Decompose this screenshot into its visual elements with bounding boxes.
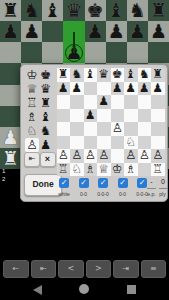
setup-square-a1[interactable]: ♖ <box>57 163 71 177</box>
setup-square-c7[interactable] <box>84 82 98 96</box>
black-castle-kingside-label: 0-0 <box>119 191 126 197</box>
white-piece-p-a2: ♙ <box>57 149 71 163</box>
setup-square-e5[interactable] <box>111 109 125 123</box>
bg-square-a8: ♜ <box>0 0 21 21</box>
palette-black-q[interactable]: ♛ <box>39 82 53 96</box>
white-piece-r-h1: ♖ <box>151 163 165 177</box>
white-palette-piece-icon: ♖ <box>25 96 39 110</box>
black-piece-p-g7: ♟ <box>127 21 148 42</box>
setup-square-a6[interactable] <box>57 95 71 109</box>
black-piece-p-b7: ♟ <box>70 82 84 96</box>
setup-square-c1[interactable]: ♗ <box>84 163 98 177</box>
setup-square-f1[interactable]: ♗ <box>124 163 138 177</box>
black-castle-queenside-checkbox[interactable]: ✓ <box>137 178 147 188</box>
bg-square-a3 <box>0 106 21 127</box>
white-palette-piece-icon: ♔ <box>25 68 39 82</box>
bg-square-a6 <box>0 42 21 63</box>
black-palette-piece-icon: ♟ <box>39 138 53 152</box>
setup-square-h1[interactable]: ♖ <box>151 163 165 177</box>
black-piece-r-h8: ♜ <box>151 68 165 82</box>
clear-board-button[interactable]: × <box>40 152 56 167</box>
white-palette-piece-icon: ♕ <box>25 82 39 96</box>
setup-square-f4[interactable] <box>124 122 138 136</box>
black-piece-b-f8: ♝ <box>106 0 127 21</box>
setup-square-g1[interactable] <box>138 163 152 177</box>
setup-square-f6[interactable] <box>124 95 138 109</box>
bg-square-d8: ♛ <box>63 0 84 21</box>
move-list: 12 <box>2 167 5 183</box>
setup-square-d1[interactable]: ♕ <box>97 163 111 177</box>
black-piece-p-g7: ♟ <box>138 82 152 96</box>
palette-white-k[interactable]: ♔ <box>25 68 39 82</box>
bg-square-h7: ♟ <box>148 21 169 42</box>
bg-square-g7: ♟ <box>127 21 148 42</box>
bg-square-e6 <box>85 42 106 63</box>
bg-square-f8: ♝ <box>106 0 127 21</box>
black-piece-p-a7: ♟ <box>57 82 71 96</box>
setup-square-a2[interactable]: ♙ <box>57 149 71 163</box>
white-piece-p-h2: ♙ <box>151 149 165 163</box>
setup-square-e6[interactable] <box>111 95 125 109</box>
bg-square-a5 <box>0 63 21 84</box>
prev-move-button[interactable]: < <box>58 260 84 278</box>
white-piece-p-f2: ♙ <box>124 149 138 163</box>
en-passant-field[interactable]: - <box>147 177 156 189</box>
undo-button[interactable]: ← <box>3 260 29 278</box>
setup-position-dialog: ♔♚♕♛♖♜♗♝♘♞♙♟ ⇤ × Done ♜♞♝♛♚♝♞♜♟♟♟♟♟♟♟♟♙♘… <box>20 64 168 202</box>
android-recents-icon[interactable] <box>127 285 136 294</box>
palette-black-r[interactable]: ♜ <box>39 96 53 110</box>
white-palette-piece-icon: ♘ <box>25 124 39 138</box>
setup-square-d2[interactable]: ♙ <box>97 149 111 163</box>
setup-square-d6[interactable]: ♟ <box>97 95 111 109</box>
bg-square-h8: ♜ <box>148 0 169 21</box>
black-piece-n-g8: ♞ <box>127 0 148 21</box>
black-palette-piece-icon: ♝ <box>39 110 53 124</box>
palette-black-b[interactable]: ♝ <box>39 110 53 124</box>
black-piece-b-c8: ♝ <box>42 0 63 21</box>
bg-square-c7 <box>42 21 63 42</box>
setup-square-d3[interactable] <box>97 136 111 150</box>
black-piece-p-f7: ♟ <box>106 21 127 42</box>
setup-square-d4[interactable] <box>97 122 111 136</box>
bg-square-e7: ♟ <box>85 21 106 42</box>
bg-square-a7: ♟ <box>0 21 21 42</box>
setup-square-c3[interactable] <box>84 136 98 150</box>
white-palette-piece-icon: ♗ <box>25 110 39 124</box>
setup-square-e3[interactable] <box>111 136 125 150</box>
setup-square-h8[interactable]: ♜ <box>151 68 165 82</box>
setup-square-c8[interactable]: ♝ <box>84 68 98 82</box>
setup-square-d8[interactable]: ♛ <box>97 68 111 82</box>
white-piece-p-c2: ♙ <box>84 149 98 163</box>
black-piece-p-h7: ♟ <box>151 82 165 96</box>
setup-square-f5[interactable] <box>124 109 138 123</box>
black-piece-n-b8: ♞ <box>70 68 84 82</box>
black-piece-p-d6: ♟ <box>97 95 111 109</box>
setup-square-e4[interactable]: ♙ <box>111 122 125 136</box>
white-piece-p-g2: ♙ <box>138 149 152 163</box>
palette-black-n[interactable]: ♞ <box>39 124 53 138</box>
bg-square-g6 <box>127 42 148 63</box>
setup-square-a8[interactable]: ♜ <box>57 68 71 82</box>
palette-white-n[interactable]: ♘ <box>25 124 39 138</box>
setup-square-h6[interactable] <box>151 95 165 109</box>
black-piece-p-f7: ♟ <box>124 82 138 96</box>
bg-square-f7: ♟ <box>106 21 127 42</box>
setup-square-h5[interactable] <box>151 109 165 123</box>
setup-square-a7[interactable]: ♟ <box>57 82 71 96</box>
setup-square-h2[interactable]: ♙ <box>151 149 165 163</box>
black-piece-p-b7: ♟ <box>21 21 42 42</box>
setup-square-c2[interactable]: ♙ <box>84 149 98 163</box>
black-piece-p-a7: ♟ <box>0 21 21 42</box>
setup-square-f7[interactable]: ♟ <box>124 82 138 96</box>
setup-square-h4[interactable] <box>151 122 165 136</box>
black-piece-k-e8: ♚ <box>85 0 106 21</box>
white-piece-p-a2: ♟ <box>0 127 21 148</box>
palette-white-b[interactable]: ♗ <box>25 110 39 124</box>
setup-square-h3[interactable] <box>151 136 165 150</box>
black-palette-piece-icon: ♜ <box>39 96 53 110</box>
setup-square-a3[interactable] <box>57 136 71 150</box>
bg-square-h6 <box>148 42 169 63</box>
white-piece-q-d1: ♕ <box>97 163 111 177</box>
setup-square-f3[interactable]: ♘ <box>124 136 138 150</box>
move-number: 1 <box>2 167 5 175</box>
black-piece-n-b8: ♞ <box>21 0 42 21</box>
bg-square-a4 <box>0 85 21 106</box>
setup-square-g5[interactable] <box>138 109 152 123</box>
setup-square-e7[interactable]: ♟ <box>111 82 125 96</box>
ply-label: ply <box>159 191 165 197</box>
white-piece-p-e4: ♙ <box>111 122 125 136</box>
setup-square-d7[interactable] <box>97 82 111 96</box>
setup-square-b1[interactable]: ♘ <box>70 163 84 177</box>
white-piece-n-b1: ♘ <box>70 163 84 177</box>
setup-square-e1[interactable]: ♔ <box>111 163 125 177</box>
palette-white-r[interactable]: ♖ <box>25 96 39 110</box>
ply-field[interactable]: 0 <box>159 177 168 189</box>
setup-square-g8[interactable]: ♞ <box>138 68 152 82</box>
app-toolbar: ← ⇤ < > ⇥ ≡ <box>0 260 169 278</box>
setup-square-g7[interactable]: ♟ <box>138 82 152 96</box>
next-move-button[interactable]: > <box>86 260 112 278</box>
setup-square-b7[interactable]: ♟ <box>70 82 84 96</box>
setup-board: ♜♞♝♛♚♝♞♜♟♟♟♟♟♟♟♟♙♘♙♙♙♙♙♙♙♖♘♗♕♔♗♖ <box>57 68 165 176</box>
bg-square-b6 <box>21 42 42 63</box>
setup-square-e2[interactable] <box>111 149 125 163</box>
palette-black-k[interactable]: ♚ <box>39 68 53 82</box>
bg-square-f6 <box>106 42 127 63</box>
black-piece-r-h8: ♜ <box>148 0 169 21</box>
black-piece-q-d8: ♛ <box>97 68 111 82</box>
black-piece-p-e7: ♟ <box>111 82 125 96</box>
black-piece-r-a8: ♜ <box>57 68 71 82</box>
android-home-icon[interactable] <box>79 284 89 294</box>
setup-square-c5[interactable]: ♟ <box>84 109 98 123</box>
black-piece-p-h7: ♟ <box>148 21 169 42</box>
bg-square-g8: ♞ <box>127 0 148 21</box>
black-piece-b-f8: ♝ <box>124 68 138 82</box>
done-button[interactable]: Done <box>24 174 62 196</box>
menu-button[interactable]: ≡ <box>141 260 167 278</box>
white-piece-r-a1: ♖ <box>57 163 71 177</box>
bg-square-b7: ♟ <box>21 21 42 42</box>
setup-square-a4[interactable] <box>57 122 71 136</box>
setup-square-c4[interactable] <box>84 122 98 136</box>
black-piece-r-a8: ♜ <box>0 0 21 21</box>
initial-position-button[interactable]: ⇤ <box>24 152 40 167</box>
setup-square-h7[interactable]: ♟ <box>151 82 165 96</box>
black-piece-q-d8: ♛ <box>63 0 84 21</box>
setup-square-b8[interactable]: ♞ <box>70 68 84 82</box>
setup-square-b6[interactable] <box>70 95 84 109</box>
bg-square-b8: ♞ <box>21 0 42 21</box>
setup-square-b2[interactable]: ♙ <box>70 149 84 163</box>
black-piece-n-g8: ♞ <box>138 68 152 82</box>
black-piece-p-c5: ♟ <box>84 109 98 123</box>
setup-square-b3[interactable] <box>70 136 84 150</box>
palette-white-p[interactable]: ♙ <box>25 138 39 152</box>
bg-square-c8: ♝ <box>42 0 63 21</box>
white-to-move-checkbox[interactable]: ✓ <box>59 178 69 188</box>
black-castle-kingside-checkbox[interactable]: ✓ <box>118 178 128 188</box>
white-piece-k-e1: ♔ <box>111 163 125 177</box>
setup-square-g4[interactable] <box>138 122 152 136</box>
white-castle-queenside-checkbox[interactable]: ✓ <box>98 178 108 188</box>
setup-square-f2[interactable]: ♙ <box>124 149 138 163</box>
android-back-icon[interactable] <box>33 285 42 295</box>
white-palette-piece-icon: ♙ <box>25 138 39 152</box>
white-castle-kingside-label: 0-0 <box>80 191 87 197</box>
go-first-button[interactable]: ⇤ <box>31 260 57 278</box>
setup-square-d5[interactable] <box>97 109 111 123</box>
go-last-button[interactable]: ⇥ <box>113 260 139 278</box>
setup-square-f8[interactable]: ♝ <box>124 68 138 82</box>
en-passant-label: e.p. <box>147 191 155 197</box>
white-to-move-label: white <box>58 191 70 197</box>
setup-square-a5[interactable] <box>57 109 71 123</box>
setup-square-g2[interactable]: ♙ <box>138 149 152 163</box>
setup-square-g3[interactable] <box>138 136 152 150</box>
palette-black-p[interactable]: ♟ <box>39 138 53 152</box>
black-palette-piece-icon: ♚ <box>39 68 53 82</box>
white-piece-b-c1: ♗ <box>84 163 98 177</box>
palette-white-q[interactable]: ♕ <box>25 82 39 96</box>
bg-square-e8: ♚ <box>85 0 106 21</box>
bg-square-c6 <box>42 42 63 63</box>
white-piece-n-f3: ♘ <box>124 136 138 150</box>
piece-palette: ♔♚♕♛♖♜♗♝♘♞♙♟ <box>25 68 53 152</box>
black-piece-b-c8: ♝ <box>84 68 98 82</box>
setup-square-b4[interactable] <box>70 122 84 136</box>
white-castle-queenside-label: 0-0-0 <box>97 191 109 197</box>
bg-square-a2: ♟ <box>0 127 21 148</box>
black-palette-piece-icon: ♞ <box>39 124 53 138</box>
setup-square-e8[interactable]: ♚ <box>111 68 125 82</box>
black-palette-piece-icon: ♛ <box>39 82 53 96</box>
white-piece-b-f1: ♗ <box>124 163 138 177</box>
black-piece-k-e8: ♚ <box>111 68 125 82</box>
phone-screen: ♜♞♝♛♚♝♞♜♟♟♟♟♟♟♟♟♟♞♟♟♟♟♟♟♟♜♞♝♛♚♝♜ 12 ♔♚♕♛… <box>0 0 169 300</box>
black-castle-queenside-label: 0-0-0 <box>136 191 148 197</box>
black-piece-p-e7: ♟ <box>85 21 106 42</box>
setup-square-g6[interactable] <box>138 95 152 109</box>
white-piece-p-d2: ♙ <box>97 149 111 163</box>
setup-square-c6[interactable] <box>84 95 98 109</box>
white-castle-kingside-checkbox[interactable]: ✓ <box>79 178 89 188</box>
move-number: 2 <box>2 175 5 183</box>
white-piece-p-b2: ♙ <box>70 149 84 163</box>
setup-square-b5[interactable] <box>70 109 84 123</box>
